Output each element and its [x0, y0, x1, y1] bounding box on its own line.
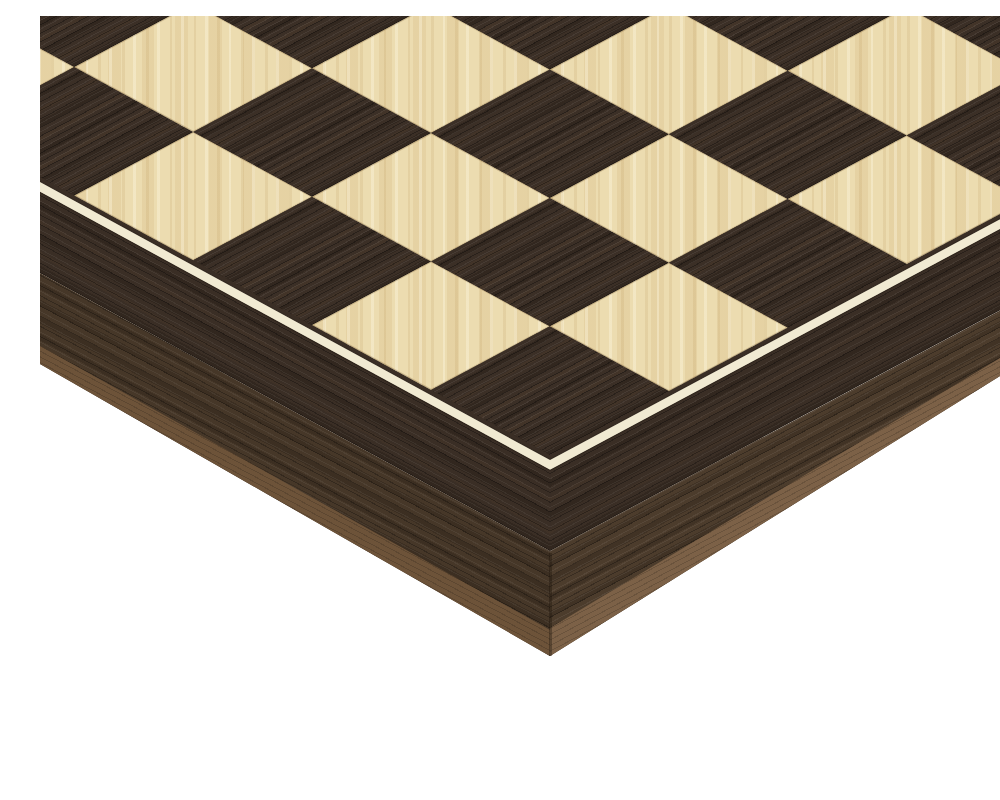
- chess-board-photo: [40, 16, 1000, 800]
- chess-board: [40, 16, 1000, 551]
